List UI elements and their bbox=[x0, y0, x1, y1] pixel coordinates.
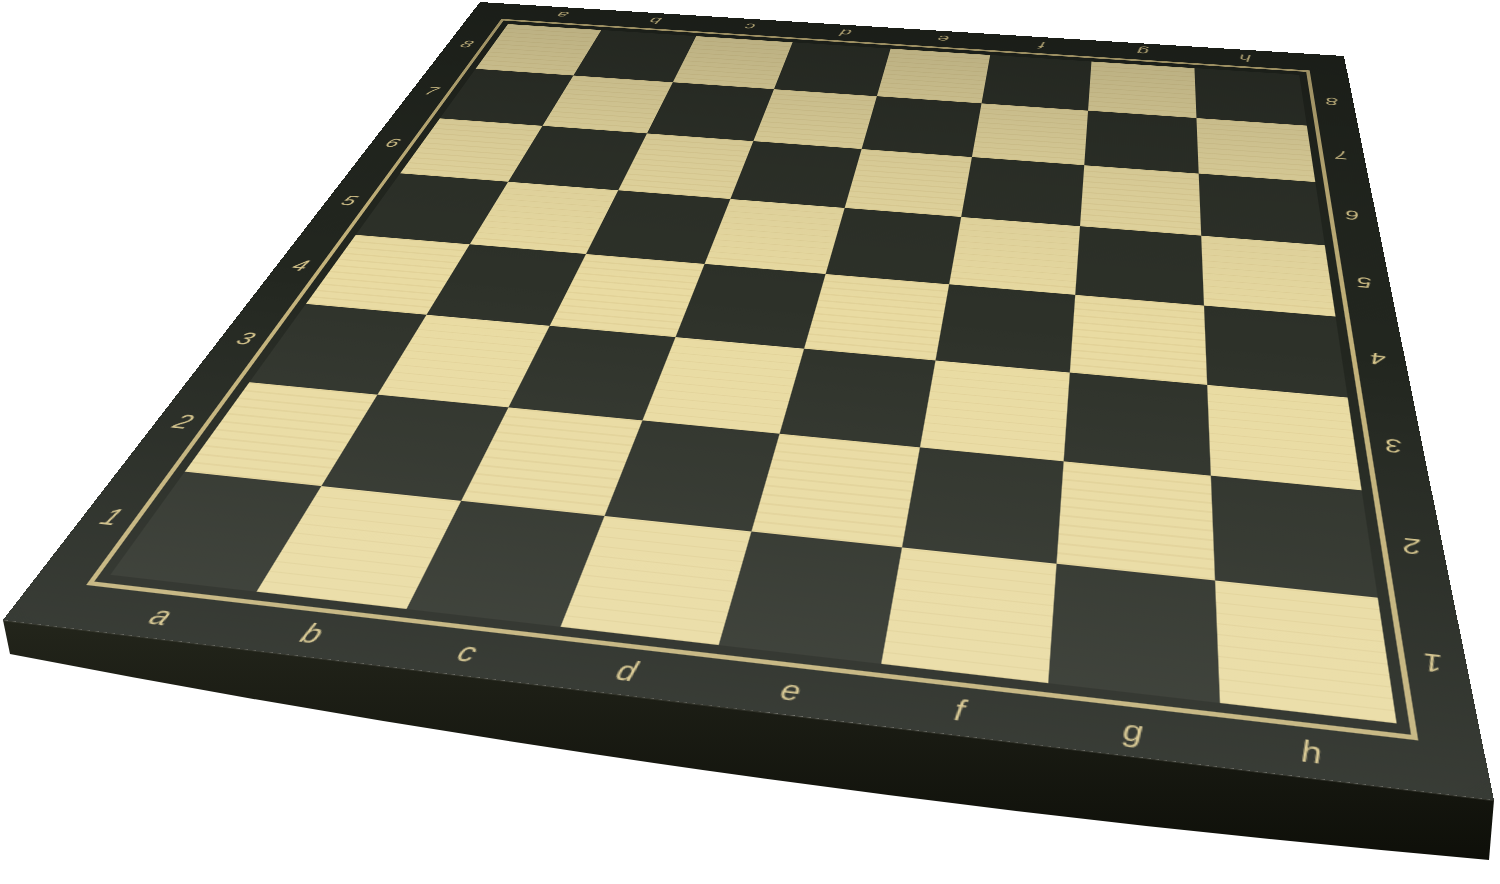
square-h7[interactable] bbox=[1196, 118, 1315, 182]
square-e8[interactable] bbox=[877, 49, 990, 104]
chessboard-scene: abcdefgh abcdefgh 87654321 87654321 bbox=[0, 0, 1500, 884]
square-h8[interactable] bbox=[1194, 68, 1306, 125]
square-e5[interactable] bbox=[826, 208, 962, 284]
square-e7[interactable] bbox=[862, 96, 982, 157]
square-g3[interactable] bbox=[1064, 373, 1211, 476]
square-f2[interactable] bbox=[902, 447, 1064, 563]
square-g6[interactable] bbox=[1080, 165, 1201, 235]
square-f8[interactable] bbox=[982, 55, 1092, 111]
square-f3[interactable] bbox=[920, 360, 1070, 461]
square-h4[interactable] bbox=[1204, 306, 1348, 398]
square-g5[interactable] bbox=[1075, 226, 1204, 305]
square-e3[interactable] bbox=[780, 349, 936, 448]
square-g2[interactable] bbox=[1057, 461, 1216, 580]
square-d8[interactable] bbox=[774, 42, 891, 96]
square-e4[interactable] bbox=[804, 274, 949, 360]
square-h5[interactable] bbox=[1201, 236, 1335, 317]
square-e6[interactable] bbox=[845, 149, 972, 217]
square-h2[interactable] bbox=[1211, 476, 1378, 598]
square-g8[interactable] bbox=[1088, 61, 1196, 118]
square-d6[interactable] bbox=[730, 141, 861, 208]
square-h1[interactable] bbox=[1215, 580, 1397, 723]
square-f4[interactable] bbox=[935, 284, 1075, 372]
square-e1[interactable] bbox=[719, 532, 902, 664]
square-f7[interactable] bbox=[972, 103, 1088, 165]
square-c8[interactable] bbox=[673, 36, 793, 89]
square-g4[interactable] bbox=[1070, 295, 1207, 385]
square-h3[interactable] bbox=[1207, 385, 1361, 490]
square-g7[interactable] bbox=[1084, 111, 1198, 174]
square-f6[interactable] bbox=[961, 157, 1084, 226]
square-d7[interactable] bbox=[753, 89, 877, 149]
square-h6[interactable] bbox=[1199, 174, 1325, 246]
square-d5[interactable] bbox=[705, 199, 845, 274]
square-f5[interactable] bbox=[949, 217, 1080, 295]
square-e2[interactable] bbox=[751, 434, 920, 548]
square-g1[interactable] bbox=[1048, 564, 1220, 703]
square-f1[interactable] bbox=[881, 547, 1056, 683]
